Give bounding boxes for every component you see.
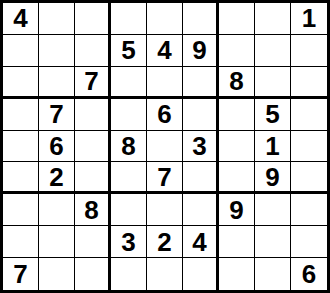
cell-r4c5-given-6: 6 [147,99,183,131]
cell-r3c5-empty[interactable] [147,67,183,99]
cell-r2c6-given-9: 9 [183,35,219,67]
cell-r3c7-given-8: 8 [219,67,255,99]
cell-r1c4-empty[interactable] [111,3,147,35]
cell-r6c4-empty[interactable] [111,162,147,194]
cell-r3c8-empty[interactable] [255,67,291,99]
cell-r9c4-empty[interactable] [111,258,147,290]
cell-r1c7-empty[interactable] [219,3,255,35]
cell-r8c7-empty[interactable] [219,226,255,258]
cell-r5c3-empty[interactable] [75,131,111,163]
cell-r7c6-empty[interactable] [183,194,219,226]
cell-r5c6-given-3: 3 [183,131,219,163]
cell-r4c2-given-7: 7 [39,99,75,131]
cell-r1c1-given-4: 4 [3,3,39,35]
cell-r7c4-empty[interactable] [111,194,147,226]
cell-r2c3-empty[interactable] [75,35,111,67]
cell-r5c9-empty[interactable] [291,131,327,163]
cell-r2c5-given-4: 4 [147,35,183,67]
cell-r1c6-empty[interactable] [183,3,219,35]
cell-r9c2-empty[interactable] [39,258,75,290]
cell-r9c9-given-6: 6 [291,258,327,290]
cell-r1c9-given-1: 1 [291,3,327,35]
cell-r6c8-given-9: 9 [255,162,291,194]
cell-r9c6-empty[interactable] [183,258,219,290]
cell-r6c1-empty[interactable] [3,162,39,194]
cell-r5c1-empty[interactable] [3,131,39,163]
cell-r4c3-empty[interactable] [75,99,111,131]
cell-r6c3-empty[interactable] [75,162,111,194]
cell-r5c5-empty[interactable] [147,131,183,163]
cell-r7c9-empty[interactable] [291,194,327,226]
cell-r9c8-empty[interactable] [255,258,291,290]
cell-r8c2-empty[interactable] [39,226,75,258]
cell-r2c2-empty[interactable] [39,35,75,67]
cell-r4c4-empty[interactable] [111,99,147,131]
cell-r6c9-empty[interactable] [291,162,327,194]
cell-r6c7-empty[interactable] [219,162,255,194]
cell-r4c8-given-5: 5 [255,99,291,131]
cell-r7c8-empty[interactable] [255,194,291,226]
cell-r8c1-empty[interactable] [3,226,39,258]
cell-r3c6-empty[interactable] [183,67,219,99]
cell-r5c4-given-8: 8 [111,131,147,163]
cell-r7c1-empty[interactable] [3,194,39,226]
cell-r8c3-empty[interactable] [75,226,111,258]
cell-r4c1-empty[interactable] [3,99,39,131]
cell-r5c7-empty[interactable] [219,131,255,163]
cell-r4c9-empty[interactable] [291,99,327,131]
cell-r6c2-given-2: 2 [39,162,75,194]
cell-r4c7-empty[interactable] [219,99,255,131]
cell-r1c3-empty[interactable] [75,3,111,35]
cell-r9c3-empty[interactable] [75,258,111,290]
cell-r5c2-given-6: 6 [39,131,75,163]
cell-r2c1-empty[interactable] [3,35,39,67]
cell-r8c6-given-4: 4 [183,226,219,258]
cell-r2c9-empty[interactable] [291,35,327,67]
cell-r8c5-given-2: 2 [147,226,183,258]
cell-r8c9-empty[interactable] [291,226,327,258]
sudoku-board: 415497876568312798932476 [0,0,330,293]
cell-r1c5-empty[interactable] [147,3,183,35]
cell-r6c5-given-7: 7 [147,162,183,194]
cell-r3c4-empty[interactable] [111,67,147,99]
cell-r8c4-given-3: 3 [111,226,147,258]
cell-r2c4-given-5: 5 [111,35,147,67]
cell-r7c2-empty[interactable] [39,194,75,226]
cell-r2c7-empty[interactable] [219,35,255,67]
cell-r9c7-empty[interactable] [219,258,255,290]
cell-r7c7-given-9: 9 [219,194,255,226]
cell-r3c3-given-7: 7 [75,67,111,99]
cell-r8c8-empty[interactable] [255,226,291,258]
cell-r3c1-empty[interactable] [3,67,39,99]
cell-r6c6-empty[interactable] [183,162,219,194]
cell-r1c8-empty[interactable] [255,3,291,35]
cell-r7c5-empty[interactable] [147,194,183,226]
cell-r9c5-empty[interactable] [147,258,183,290]
cell-r9c1-given-7: 7 [3,258,39,290]
cell-r3c9-empty[interactable] [291,67,327,99]
cell-r4c6-empty[interactable] [183,99,219,131]
cell-r3c2-empty[interactable] [39,67,75,99]
cell-r1c2-empty[interactable] [39,3,75,35]
cell-r7c3-given-8: 8 [75,194,111,226]
cell-r2c8-empty[interactable] [255,35,291,67]
cell-r5c8-given-1: 1 [255,131,291,163]
